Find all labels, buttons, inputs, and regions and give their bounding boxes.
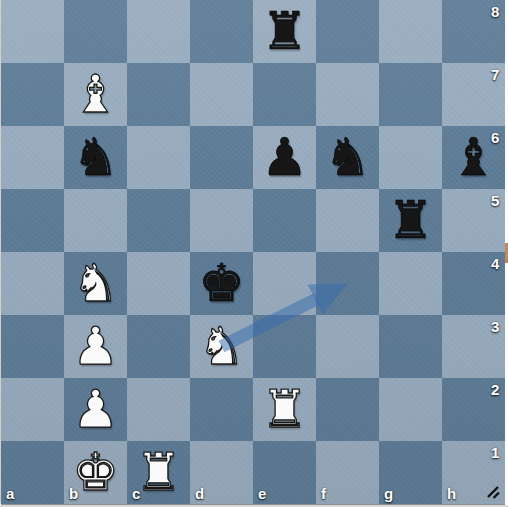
resize-handle-icon[interactable] bbox=[485, 484, 501, 500]
chess-board-widget: ♜♝♞♟♞♝♜♞♚♟♞♟♜♚♜ abcdefgh87654321 bbox=[0, 0, 508, 507]
piece-white-pawn-b2[interactable]: ♟ bbox=[64, 378, 127, 441]
piece-black-bishop-h6[interactable]: ♝ bbox=[442, 126, 505, 189]
piece-white-knight-b4[interactable]: ♞ bbox=[64, 252, 127, 315]
piece-black-knight-f6[interactable]: ♞ bbox=[316, 126, 379, 189]
piece-white-rook-c1[interactable]: ♜ bbox=[127, 441, 190, 504]
piece-white-bishop-b7[interactable]: ♝ bbox=[64, 63, 127, 126]
piece-white-knight-d3[interactable]: ♞ bbox=[190, 315, 253, 378]
piece-black-king-d4[interactable]: ♚ bbox=[190, 252, 253, 315]
chess-board[interactable]: ♜♝♞♟♞♝♜♞♚♟♞♟♜♚♜ abcdefgh87654321 bbox=[1, 0, 505, 505]
piece-black-knight-b6[interactable]: ♞ bbox=[64, 126, 127, 189]
piece-black-pawn-e6[interactable]: ♟ bbox=[253, 126, 316, 189]
piece-white-pawn-b3[interactable]: ♟ bbox=[64, 315, 127, 378]
piece-black-rook-e8[interactable]: ♜ bbox=[253, 0, 316, 63]
board-left-border bbox=[0, 0, 1, 504]
piece-white-rook-e2[interactable]: ♜ bbox=[253, 378, 316, 441]
piece-white-king-b1[interactable]: ♚ bbox=[64, 441, 127, 504]
piece-black-rook-g5[interactable]: ♜ bbox=[379, 189, 442, 252]
